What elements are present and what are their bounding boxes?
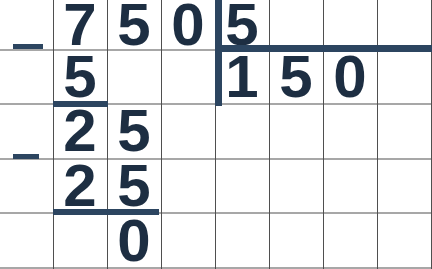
cell-r3-c0	[0, 159, 53, 214]
cell-r2-c0	[0, 104, 53, 159]
cell-r4-c6	[323, 213, 377, 269]
cell-r3-c3	[161, 159, 215, 214]
cell-r0-c7	[377, 0, 432, 50]
division-bracket-quotient-bar	[215, 45, 432, 52]
cell-r3-c7	[377, 159, 432, 214]
cell-r4-c1	[53, 213, 107, 269]
cell-r1-c0	[0, 50, 53, 105]
cell-r2-c6	[323, 104, 377, 159]
cell-r1-c3	[161, 50, 215, 105]
division-bracket-vertical-bar	[215, 0, 222, 106]
cell-r4-c0	[0, 213, 53, 269]
cell-r2-c4	[215, 104, 269, 159]
cell-r1-c7	[377, 50, 432, 105]
cell-r1-c2	[107, 50, 161, 105]
underline-second-subtraction	[53, 209, 159, 215]
cell-r2-c5	[269, 104, 323, 159]
minus-sign-first-subtraction	[13, 44, 43, 49]
long-division-board: 7505515025250	[0, 0, 432, 269]
cell-r4-c4	[215, 213, 269, 269]
cell-r2-c7	[377, 104, 432, 159]
cell-r2-c2: 5	[107, 104, 161, 159]
cell-r3-c6	[323, 159, 377, 214]
cell-r0-c3: 0	[161, 0, 215, 50]
cell-r0-c0	[0, 0, 53, 50]
cell-r2-c1: 2	[53, 104, 107, 159]
cell-r2-c3	[161, 104, 215, 159]
cell-r3-c5	[269, 159, 323, 214]
cell-r1-c4: 1	[215, 50, 269, 105]
cell-r3-c2: 5	[107, 159, 161, 214]
cell-r1-c1: 5	[53, 50, 107, 105]
cell-r4-c7	[377, 213, 432, 269]
cell-r1-c6: 0	[323, 50, 377, 105]
cell-r4-c5	[269, 213, 323, 269]
underline-first-subtraction	[53, 101, 108, 107]
cell-r0-c2: 5	[107, 0, 161, 50]
cell-r3-c1: 2	[53, 159, 107, 214]
cell-r4-c3	[161, 213, 215, 269]
cell-r1-c5: 5	[269, 50, 323, 105]
minus-sign-second-subtraction	[13, 154, 39, 159]
cell-r4-c2: 0	[107, 213, 161, 269]
cell-r3-c4	[215, 159, 269, 214]
